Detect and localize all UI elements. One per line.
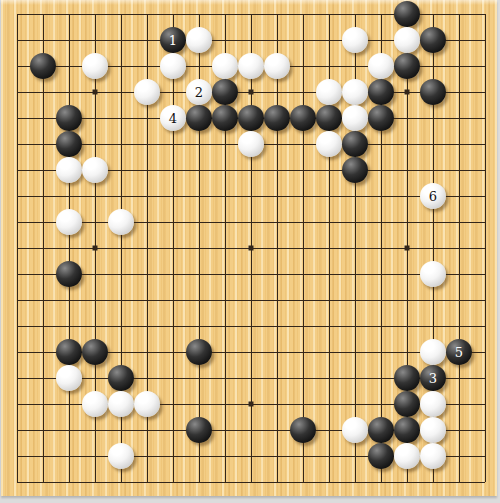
intersection-17-14[interactable] (446, 365, 472, 391)
intersection-3-14[interactable] (82, 365, 108, 391)
intersection-2-9[interactable] (56, 235, 82, 261)
intersection-14-2[interactable] (368, 53, 394, 79)
intersection-3-1[interactable] (82, 27, 108, 53)
intersection-0-0[interactable] (4, 1, 30, 27)
intersection-15-1[interactable] (394, 27, 420, 53)
intersection-6-12[interactable] (160, 313, 186, 339)
intersection-6-18[interactable] (160, 469, 186, 495)
intersection-7-9[interactable] (186, 235, 212, 261)
intersection-13-1[interactable] (342, 27, 368, 53)
intersection-4-4[interactable] (108, 105, 134, 131)
intersection-4-13[interactable] (108, 339, 134, 365)
intersection-15-9[interactable] (394, 235, 420, 261)
intersection-6-1[interactable]: 1 (160, 27, 186, 53)
intersection-1-9[interactable] (30, 235, 56, 261)
intersection-4-5[interactable] (108, 131, 134, 157)
intersection-2-10[interactable] (56, 261, 82, 287)
intersection-16-17[interactable] (420, 443, 446, 469)
intersection-0-13[interactable] (4, 339, 30, 365)
intersection-15-18[interactable] (394, 469, 420, 495)
intersection-4-16[interactable] (108, 417, 134, 443)
intersection-5-10[interactable] (134, 261, 160, 287)
intersection-2-2[interactable] (56, 53, 82, 79)
intersection-8-6[interactable] (212, 157, 238, 183)
intersection-8-5[interactable] (212, 131, 238, 157)
intersection-17-3[interactable] (446, 79, 472, 105)
intersection-14-8[interactable] (368, 209, 394, 235)
intersection-6-17[interactable] (160, 443, 186, 469)
intersection-16-5[interactable] (420, 131, 446, 157)
intersection-18-17[interactable] (472, 443, 498, 469)
intersection-5-15[interactable] (134, 391, 160, 417)
intersection-3-18[interactable] (82, 469, 108, 495)
intersection-7-2[interactable] (186, 53, 212, 79)
intersection-0-17[interactable] (4, 443, 30, 469)
intersection-6-14[interactable] (160, 365, 186, 391)
intersection-10-6[interactable] (264, 157, 290, 183)
intersection-5-3[interactable] (134, 79, 160, 105)
intersection-7-11[interactable] (186, 287, 212, 313)
intersection-14-0[interactable] (368, 1, 394, 27)
intersection-4-12[interactable] (108, 313, 134, 339)
intersection-9-0[interactable] (238, 1, 264, 27)
intersection-14-11[interactable] (368, 287, 394, 313)
intersection-3-12[interactable] (82, 313, 108, 339)
intersection-12-16[interactable] (316, 417, 342, 443)
intersection-14-12[interactable] (368, 313, 394, 339)
intersection-16-9[interactable] (420, 235, 446, 261)
intersection-5-6[interactable] (134, 157, 160, 183)
intersection-6-6[interactable] (160, 157, 186, 183)
intersection-18-2[interactable] (472, 53, 498, 79)
intersection-8-13[interactable] (212, 339, 238, 365)
intersection-18-3[interactable] (472, 79, 498, 105)
intersection-3-9[interactable] (82, 235, 108, 261)
intersection-12-5[interactable] (316, 131, 342, 157)
intersection-3-2[interactable] (82, 53, 108, 79)
intersection-14-7[interactable] (368, 183, 394, 209)
intersection-5-18[interactable] (134, 469, 160, 495)
intersection-8-9[interactable] (212, 235, 238, 261)
intersection-4-9[interactable] (108, 235, 134, 261)
intersection-0-4[interactable] (4, 105, 30, 131)
intersection-16-11[interactable] (420, 287, 446, 313)
intersection-11-15[interactable] (290, 391, 316, 417)
intersection-5-11[interactable] (134, 287, 160, 313)
intersection-11-6[interactable] (290, 157, 316, 183)
intersection-13-13[interactable] (342, 339, 368, 365)
intersection-4-15[interactable] (108, 391, 134, 417)
intersection-16-15[interactable] (420, 391, 446, 417)
intersection-11-8[interactable] (290, 209, 316, 235)
intersection-1-3[interactable] (30, 79, 56, 105)
intersection-14-1[interactable] (368, 27, 394, 53)
intersection-1-10[interactable] (30, 261, 56, 287)
intersection-2-1[interactable] (56, 27, 82, 53)
intersection-18-11[interactable] (472, 287, 498, 313)
intersection-15-0[interactable] (394, 1, 420, 27)
intersection-7-7[interactable] (186, 183, 212, 209)
intersection-10-0[interactable] (264, 1, 290, 27)
intersection-12-11[interactable] (316, 287, 342, 313)
intersection-10-1[interactable] (264, 27, 290, 53)
intersection-10-5[interactable] (264, 131, 290, 157)
intersection-7-10[interactable] (186, 261, 212, 287)
intersection-2-15[interactable] (56, 391, 82, 417)
intersection-7-4[interactable] (186, 105, 212, 131)
intersection-1-13[interactable] (30, 339, 56, 365)
intersection-8-18[interactable] (212, 469, 238, 495)
intersection-14-4[interactable] (368, 105, 394, 131)
intersection-2-17[interactable] (56, 443, 82, 469)
intersection-13-2[interactable] (342, 53, 368, 79)
intersection-10-8[interactable] (264, 209, 290, 235)
intersection-6-16[interactable] (160, 417, 186, 443)
intersection-10-3[interactable] (264, 79, 290, 105)
intersection-7-16[interactable] (186, 417, 212, 443)
intersection-6-0[interactable] (160, 1, 186, 27)
intersection-11-12[interactable] (290, 313, 316, 339)
intersection-2-4[interactable] (56, 105, 82, 131)
intersection-9-18[interactable] (238, 469, 264, 495)
intersection-15-13[interactable] (394, 339, 420, 365)
intersection-4-3[interactable] (108, 79, 134, 105)
intersection-11-11[interactable] (290, 287, 316, 313)
intersection-12-6[interactable] (316, 157, 342, 183)
intersection-5-4[interactable] (134, 105, 160, 131)
intersection-2-13[interactable] (56, 339, 82, 365)
intersection-8-14[interactable] (212, 365, 238, 391)
intersection-13-5[interactable] (342, 131, 368, 157)
intersection-12-15[interactable] (316, 391, 342, 417)
intersection-12-4[interactable] (316, 105, 342, 131)
intersection-16-6[interactable] (420, 157, 446, 183)
intersection-6-3[interactable] (160, 79, 186, 105)
intersection-15-2[interactable] (394, 53, 420, 79)
intersection-5-8[interactable] (134, 209, 160, 235)
intersection-14-13[interactable] (368, 339, 394, 365)
intersection-4-14[interactable] (108, 365, 134, 391)
intersection-1-11[interactable] (30, 287, 56, 313)
intersection-16-2[interactable] (420, 53, 446, 79)
intersection-18-18[interactable] (472, 469, 498, 495)
intersection-5-17[interactable] (134, 443, 160, 469)
intersection-7-14[interactable] (186, 365, 212, 391)
intersection-9-11[interactable] (238, 287, 264, 313)
intersection-17-2[interactable] (446, 53, 472, 79)
intersection-15-4[interactable] (394, 105, 420, 131)
intersection-18-7[interactable] (472, 183, 498, 209)
intersection-7-5[interactable] (186, 131, 212, 157)
intersection-6-5[interactable] (160, 131, 186, 157)
intersection-11-2[interactable] (290, 53, 316, 79)
intersection-3-7[interactable] (82, 183, 108, 209)
intersection-16-18[interactable] (420, 469, 446, 495)
intersection-2-11[interactable] (56, 287, 82, 313)
intersection-18-12[interactable] (472, 313, 498, 339)
intersection-5-16[interactable] (134, 417, 160, 443)
intersection-14-14[interactable] (368, 365, 394, 391)
intersection-0-11[interactable] (4, 287, 30, 313)
intersection-2-16[interactable] (56, 417, 82, 443)
intersection-13-3[interactable] (342, 79, 368, 105)
intersection-16-16[interactable] (420, 417, 446, 443)
intersection-12-0[interactable] (316, 1, 342, 27)
intersection-12-10[interactable] (316, 261, 342, 287)
intersection-3-0[interactable] (82, 1, 108, 27)
intersection-3-6[interactable] (82, 157, 108, 183)
intersection-11-7[interactable] (290, 183, 316, 209)
intersection-15-15[interactable] (394, 391, 420, 417)
intersection-7-13[interactable] (186, 339, 212, 365)
intersection-10-18[interactable] (264, 469, 290, 495)
intersection-9-4[interactable] (238, 105, 264, 131)
intersection-12-17[interactable] (316, 443, 342, 469)
intersection-15-16[interactable] (394, 417, 420, 443)
intersection-2-8[interactable] (56, 209, 82, 235)
intersection-4-6[interactable] (108, 157, 134, 183)
intersection-10-17[interactable] (264, 443, 290, 469)
intersection-2-3[interactable] (56, 79, 82, 105)
intersection-13-14[interactable] (342, 365, 368, 391)
intersection-9-3[interactable] (238, 79, 264, 105)
intersection-16-7[interactable]: 6 (420, 183, 446, 209)
intersection-9-16[interactable] (238, 417, 264, 443)
intersection-3-11[interactable] (82, 287, 108, 313)
intersection-9-7[interactable] (238, 183, 264, 209)
intersection-0-2[interactable] (4, 53, 30, 79)
intersection-4-7[interactable] (108, 183, 134, 209)
intersection-15-7[interactable] (394, 183, 420, 209)
intersection-16-0[interactable] (420, 1, 446, 27)
intersection-4-17[interactable] (108, 443, 134, 469)
intersection-12-13[interactable] (316, 339, 342, 365)
intersection-5-5[interactable] (134, 131, 160, 157)
intersection-15-17[interactable] (394, 443, 420, 469)
intersection-7-1[interactable] (186, 27, 212, 53)
intersection-17-15[interactable] (446, 391, 472, 417)
intersection-8-12[interactable] (212, 313, 238, 339)
intersection-9-12[interactable] (238, 313, 264, 339)
intersection-2-12[interactable] (56, 313, 82, 339)
intersection-1-12[interactable] (30, 313, 56, 339)
intersection-11-17[interactable] (290, 443, 316, 469)
intersection-3-8[interactable] (82, 209, 108, 235)
intersection-6-15[interactable] (160, 391, 186, 417)
intersection-1-15[interactable] (30, 391, 56, 417)
intersection-14-9[interactable] (368, 235, 394, 261)
intersection-17-1[interactable] (446, 27, 472, 53)
intersection-12-1[interactable] (316, 27, 342, 53)
intersection-17-0[interactable] (446, 1, 472, 27)
intersection-18-5[interactable] (472, 131, 498, 157)
intersection-1-4[interactable] (30, 105, 56, 131)
intersection-11-14[interactable] (290, 365, 316, 391)
intersection-13-10[interactable] (342, 261, 368, 287)
intersection-14-16[interactable] (368, 417, 394, 443)
intersection-15-11[interactable] (394, 287, 420, 313)
intersection-16-13[interactable] (420, 339, 446, 365)
intersection-3-4[interactable] (82, 105, 108, 131)
intersection-6-7[interactable] (160, 183, 186, 209)
intersection-8-7[interactable] (212, 183, 238, 209)
intersection-12-18[interactable] (316, 469, 342, 495)
intersection-17-18[interactable] (446, 469, 472, 495)
intersection-13-9[interactable] (342, 235, 368, 261)
intersection-14-6[interactable] (368, 157, 394, 183)
intersection-10-12[interactable] (264, 313, 290, 339)
intersection-16-4[interactable] (420, 105, 446, 131)
intersection-3-3[interactable] (82, 79, 108, 105)
intersection-10-9[interactable] (264, 235, 290, 261)
intersection-1-14[interactable] (30, 365, 56, 391)
intersection-17-17[interactable] (446, 443, 472, 469)
intersection-18-10[interactable] (472, 261, 498, 287)
intersection-13-12[interactable] (342, 313, 368, 339)
intersection-10-4[interactable] (264, 105, 290, 131)
intersection-12-9[interactable] (316, 235, 342, 261)
intersection-12-14[interactable] (316, 365, 342, 391)
intersection-3-16[interactable] (82, 417, 108, 443)
intersection-8-4[interactable] (212, 105, 238, 131)
intersection-17-13[interactable]: 5 (446, 339, 472, 365)
intersection-8-17[interactable] (212, 443, 238, 469)
intersection-6-10[interactable] (160, 261, 186, 287)
intersection-10-11[interactable] (264, 287, 290, 313)
intersection-7-0[interactable] (186, 1, 212, 27)
intersection-0-15[interactable] (4, 391, 30, 417)
intersection-0-10[interactable] (4, 261, 30, 287)
intersection-18-6[interactable] (472, 157, 498, 183)
intersection-18-1[interactable] (472, 27, 498, 53)
intersection-4-0[interactable] (108, 1, 134, 27)
intersection-11-9[interactable] (290, 235, 316, 261)
intersection-9-17[interactable] (238, 443, 264, 469)
intersection-11-0[interactable] (290, 1, 316, 27)
intersection-2-18[interactable] (56, 469, 82, 495)
intersection-16-12[interactable] (420, 313, 446, 339)
intersection-18-8[interactable] (472, 209, 498, 235)
intersection-2-6[interactable] (56, 157, 82, 183)
intersection-18-4[interactable] (472, 105, 498, 131)
intersection-5-2[interactable] (134, 53, 160, 79)
intersection-10-14[interactable] (264, 365, 290, 391)
intersection-1-0[interactable] (30, 1, 56, 27)
intersection-9-10[interactable] (238, 261, 264, 287)
intersection-0-6[interactable] (4, 157, 30, 183)
intersection-10-2[interactable] (264, 53, 290, 79)
intersection-3-13[interactable] (82, 339, 108, 365)
intersection-9-6[interactable] (238, 157, 264, 183)
intersection-16-10[interactable] (420, 261, 446, 287)
intersection-15-10[interactable] (394, 261, 420, 287)
intersection-0-5[interactable] (4, 131, 30, 157)
intersection-18-0[interactable] (472, 1, 498, 27)
intersection-10-13[interactable] (264, 339, 290, 365)
intersection-9-5[interactable] (238, 131, 264, 157)
intersection-13-16[interactable] (342, 417, 368, 443)
intersection-16-1[interactable] (420, 27, 446, 53)
intersection-14-15[interactable] (368, 391, 394, 417)
intersection-1-7[interactable] (30, 183, 56, 209)
intersection-11-5[interactable] (290, 131, 316, 157)
intersection-13-6[interactable] (342, 157, 368, 183)
intersection-10-7[interactable] (264, 183, 290, 209)
intersection-17-8[interactable] (446, 209, 472, 235)
intersection-17-16[interactable] (446, 417, 472, 443)
intersection-5-13[interactable] (134, 339, 160, 365)
intersection-13-7[interactable] (342, 183, 368, 209)
intersection-17-10[interactable] (446, 261, 472, 287)
intersection-14-3[interactable] (368, 79, 394, 105)
intersection-10-15[interactable] (264, 391, 290, 417)
intersection-11-10[interactable] (290, 261, 316, 287)
intersection-17-12[interactable] (446, 313, 472, 339)
intersection-18-15[interactable] (472, 391, 498, 417)
intersection-12-3[interactable] (316, 79, 342, 105)
intersection-9-2[interactable] (238, 53, 264, 79)
intersection-0-18[interactable] (4, 469, 30, 495)
intersection-15-3[interactable] (394, 79, 420, 105)
intersection-17-4[interactable] (446, 105, 472, 131)
intersection-2-5[interactable] (56, 131, 82, 157)
intersection-2-14[interactable] (56, 365, 82, 391)
intersection-1-1[interactable] (30, 27, 56, 53)
intersection-3-17[interactable] (82, 443, 108, 469)
intersection-0-14[interactable] (4, 365, 30, 391)
intersection-5-14[interactable] (134, 365, 160, 391)
intersection-4-1[interactable] (108, 27, 134, 53)
intersection-8-16[interactable] (212, 417, 238, 443)
intersection-5-7[interactable] (134, 183, 160, 209)
intersection-4-2[interactable] (108, 53, 134, 79)
intersection-8-2[interactable] (212, 53, 238, 79)
intersection-8-3[interactable] (212, 79, 238, 105)
intersection-0-7[interactable] (4, 183, 30, 209)
intersection-8-11[interactable] (212, 287, 238, 313)
intersection-0-3[interactable] (4, 79, 30, 105)
intersection-9-15[interactable] (238, 391, 264, 417)
intersection-12-8[interactable] (316, 209, 342, 235)
intersection-15-6[interactable] (394, 157, 420, 183)
intersection-17-6[interactable] (446, 157, 472, 183)
intersection-13-4[interactable] (342, 105, 368, 131)
intersection-9-13[interactable] (238, 339, 264, 365)
intersection-9-14[interactable] (238, 365, 264, 391)
intersection-6-11[interactable] (160, 287, 186, 313)
intersection-18-14[interactable] (472, 365, 498, 391)
intersection-6-9[interactable] (160, 235, 186, 261)
intersection-12-7[interactable] (316, 183, 342, 209)
intersection-0-9[interactable] (4, 235, 30, 261)
intersection-5-9[interactable] (134, 235, 160, 261)
intersection-13-15[interactable] (342, 391, 368, 417)
intersection-10-16[interactable] (264, 417, 290, 443)
intersection-13-8[interactable] (342, 209, 368, 235)
intersection-13-0[interactable] (342, 1, 368, 27)
intersection-17-7[interactable] (446, 183, 472, 209)
intersection-7-8[interactable] (186, 209, 212, 235)
intersection-1-8[interactable] (30, 209, 56, 235)
intersection-11-18[interactable] (290, 469, 316, 495)
intersection-14-17[interactable] (368, 443, 394, 469)
intersection-11-3[interactable] (290, 79, 316, 105)
intersection-0-1[interactable] (4, 27, 30, 53)
intersection-1-2[interactable] (30, 53, 56, 79)
intersection-18-9[interactable] (472, 235, 498, 261)
intersection-10-10[interactable] (264, 261, 290, 287)
intersection-6-2[interactable] (160, 53, 186, 79)
